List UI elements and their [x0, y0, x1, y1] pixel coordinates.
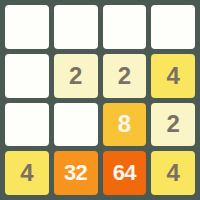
- 2048-board[interactable]: 22482432644: [0, 0, 200, 200]
- tile-64-r3c2: 64: [103, 151, 147, 195]
- tile-4-r1c3: 4: [151, 54, 195, 98]
- tile-2-r1c1: 2: [54, 54, 98, 98]
- tile-4-r3c0: 4: [5, 151, 49, 195]
- tile-8-r2c2: 8: [103, 103, 147, 147]
- empty-cell-r0c0: [5, 5, 49, 49]
- tile-2-r1c2: 2: [103, 54, 147, 98]
- tile-2-r2c3: 2: [151, 103, 195, 147]
- tile-32-r3c1: 32: [54, 151, 98, 195]
- empty-cell-r0c2: [103, 5, 147, 49]
- empty-cell-r0c3: [151, 5, 195, 49]
- empty-cell-r2c1: [54, 103, 98, 147]
- tile-4-r3c3: 4: [151, 151, 195, 195]
- empty-cell-r1c0: [5, 54, 49, 98]
- empty-cell-r2c0: [5, 103, 49, 147]
- empty-cell-r0c1: [54, 5, 98, 49]
